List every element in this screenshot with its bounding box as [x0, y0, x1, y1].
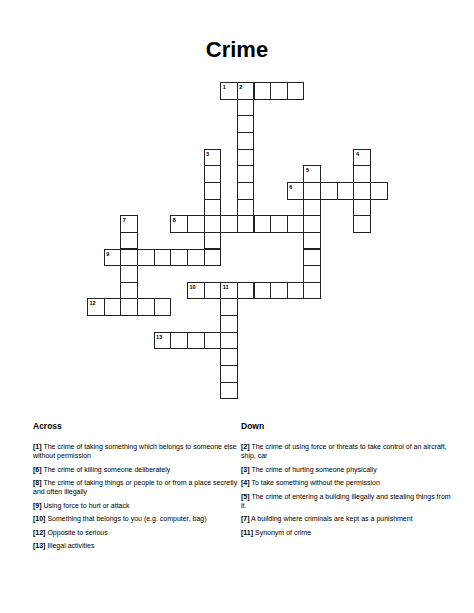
- clue-item-across-12: [12] Opposite to serious: [33, 528, 240, 537]
- grid-cell[interactable]: [104, 298, 122, 316]
- clue-item-across-10: [10] Something that belongs to you (e.g.…: [33, 514, 240, 523]
- grid-cell[interactable]: [204, 332, 222, 350]
- cell-number: 10: [188, 283, 204, 290]
- grid-cell[interactable]: [204, 182, 222, 200]
- clue-number-label: [11]: [241, 529, 253, 536]
- clue-number-label: [5]: [241, 493, 250, 500]
- cell-number: 1: [221, 83, 237, 90]
- crossword-grid: 12345678910111213: [87, 82, 389, 401]
- grid-cell[interactable]: [237, 165, 255, 183]
- grid-cell[interactable]: [303, 199, 321, 217]
- grid-cell[interactable]: [220, 382, 238, 400]
- grid-cell[interactable]: [120, 249, 138, 267]
- grid-cell[interactable]: [287, 282, 305, 300]
- grid-cell[interactable]: [287, 82, 305, 100]
- grid-cell[interactable]: [303, 215, 321, 233]
- grid-cell[interactable]: 13: [154, 332, 172, 350]
- clue-item-across-13: [13] Illegal activities: [33, 541, 240, 550]
- grid-cell[interactable]: [237, 182, 255, 200]
- grid-cell[interactable]: [237, 215, 255, 233]
- grid-cell[interactable]: [220, 215, 238, 233]
- grid-cell[interactable]: [353, 165, 371, 183]
- grid-cell[interactable]: [187, 249, 205, 267]
- clue-number-label: [10]: [33, 515, 45, 522]
- grid-cell[interactable]: [120, 232, 138, 250]
- clue-item-down-5: [5] The crime of entering a building ill…: [241, 492, 454, 510]
- grid-cell[interactable]: [120, 265, 138, 283]
- grid-cell[interactable]: [254, 282, 272, 300]
- crossword-page: { "game": "crossword", "title": "Crime",…: [0, 0, 474, 613]
- grid-cell[interactable]: [204, 282, 222, 300]
- cell-number: 7: [121, 216, 137, 223]
- grid-cell[interactable]: [237, 115, 255, 133]
- clue-item-down-3: [3] The crime of hurting someone physica…: [241, 465, 454, 474]
- grid-cell[interactable]: [303, 265, 321, 283]
- grid-cell[interactable]: [237, 199, 255, 217]
- grid-cell[interactable]: [204, 165, 222, 183]
- cell-number: 5: [304, 166, 320, 173]
- cell-number: 4: [354, 150, 370, 157]
- grid-cell[interactable]: [154, 249, 172, 267]
- clue-item-across-1: [1] The crime of taking something which …: [33, 442, 240, 460]
- grid-cell[interactable]: [270, 215, 288, 233]
- clue-item-down-2: [2] The crime of using force or threats …: [241, 442, 454, 460]
- clue-number-label: [6]: [33, 466, 42, 473]
- down-clue-list: [2] The crime of using force or threats …: [241, 442, 454, 537]
- grid-cell[interactable]: [204, 199, 222, 217]
- clue-number-label: [4]: [241, 479, 250, 486]
- clue-number-label: [7]: [241, 515, 250, 522]
- clue-number-label: [2]: [241, 443, 250, 450]
- grid-cell[interactable]: [137, 298, 155, 316]
- grid-cell[interactable]: 10: [187, 282, 205, 300]
- grid-cell[interactable]: 12: [87, 298, 105, 316]
- grid-cell[interactable]: [270, 82, 288, 100]
- grid-cell[interactable]: 9: [104, 249, 122, 267]
- cell-number: 11: [221, 283, 237, 290]
- clue-number-label: [1]: [33, 443, 42, 450]
- grid-cell[interactable]: 5: [303, 165, 321, 183]
- grid-cell[interactable]: [303, 232, 321, 250]
- grid-cell[interactable]: [320, 182, 338, 200]
- grid-cell[interactable]: 1: [220, 82, 238, 100]
- grid-cell[interactable]: [370, 182, 388, 200]
- grid-cell[interactable]: [237, 149, 255, 167]
- clue-number-label: [13]: [33, 542, 45, 549]
- down-header: Down: [241, 421, 454, 431]
- cell-number: 3: [205, 150, 221, 157]
- cell-number: 13: [155, 333, 171, 340]
- grid-cell[interactable]: [220, 298, 238, 316]
- clue-number-label: [3]: [241, 466, 250, 473]
- grid-cell[interactable]: [270, 282, 288, 300]
- grid-cell[interactable]: [220, 365, 238, 383]
- grid-cell[interactable]: [254, 215, 272, 233]
- grid-cell[interactable]: [220, 332, 238, 350]
- grid-cell[interactable]: 7: [120, 215, 138, 233]
- grid-cell[interactable]: [237, 99, 255, 117]
- clue-item-down-7: [7] A building where criminals are kept …: [241, 514, 454, 523]
- clue-item-across-8: [8] The crime of taking things or people…: [33, 478, 240, 496]
- grid-cell[interactable]: 11: [220, 282, 238, 300]
- grid-cell[interactable]: [353, 215, 371, 233]
- grid-cell[interactable]: [187, 332, 205, 350]
- grid-cell[interactable]: [170, 249, 188, 267]
- grid-cell[interactable]: [337, 182, 355, 200]
- cell-number: 9: [105, 250, 121, 257]
- down-clues-section: Down [2] The crime of using force or thr…: [241, 421, 454, 541]
- grid-cell[interactable]: [204, 232, 222, 250]
- grid-cell[interactable]: [303, 182, 321, 200]
- grid-cell[interactable]: [353, 182, 371, 200]
- clue-item-across-6: [6] The crime of killing someone deliber…: [33, 465, 240, 474]
- cell-number: 8: [171, 216, 187, 223]
- grid-cell[interactable]: 2: [237, 82, 255, 100]
- grid-cell[interactable]: [137, 249, 155, 267]
- grid-cell[interactable]: [220, 315, 238, 333]
- clue-item-across-9: [9] Using force to hurt or attack: [33, 501, 240, 510]
- grid-cell[interactable]: 6: [287, 182, 305, 200]
- grid-cell[interactable]: [303, 282, 321, 300]
- grid-cell[interactable]: [187, 215, 205, 233]
- grid-cell[interactable]: [303, 249, 321, 267]
- grid-cell[interactable]: 4: [353, 149, 371, 167]
- clue-item-down-11: [11] Synonym of crime: [241, 528, 454, 537]
- clue-number-label: [8]: [33, 479, 42, 486]
- grid-cell[interactable]: [120, 282, 138, 300]
- grid-cell[interactable]: 3: [204, 149, 222, 167]
- grid-cell[interactable]: [237, 132, 255, 150]
- clue-item-down-4: [4] To take something without the permis…: [241, 478, 454, 487]
- grid-cell[interactable]: 8: [170, 215, 188, 233]
- across-clues-section: Across [1] The crime of taking something…: [33, 421, 240, 555]
- cell-number: 12: [88, 299, 104, 306]
- across-clue-list: [1] The crime of taking something which …: [33, 442, 240, 550]
- grid-cell[interactable]: [220, 348, 238, 366]
- cell-number: 2: [238, 83, 254, 90]
- grid-cell[interactable]: [204, 249, 222, 267]
- grid-cell[interactable]: [154, 298, 172, 316]
- grid-cell[interactable]: [353, 199, 371, 217]
- clue-number-label: [12]: [33, 529, 45, 536]
- cell-number: 6: [288, 183, 304, 190]
- grid-cell[interactable]: [287, 215, 305, 233]
- puzzle-title: Crime: [0, 37, 474, 63]
- grid-cell[interactable]: [170, 332, 188, 350]
- grid-cell[interactable]: [237, 282, 255, 300]
- grid-cell[interactable]: [254, 82, 272, 100]
- across-header: Across: [33, 421, 240, 431]
- clue-number-label: [9]: [33, 502, 42, 509]
- grid-cell[interactable]: [120, 298, 138, 316]
- grid-cell[interactable]: [204, 215, 222, 233]
